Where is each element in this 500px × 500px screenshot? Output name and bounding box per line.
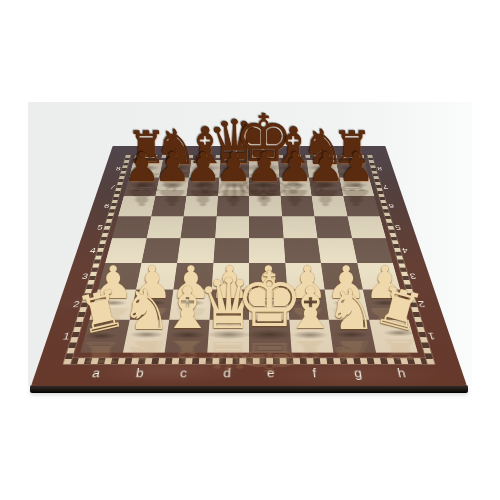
chess-set-photo: aabbccddeeffgghh1122334455667788 ♜♜♞♞♝♝♛…: [0, 0, 500, 500]
pieces-layer: ♜♜♞♞♝♝♛♛♚♚♝♝♞♞♜♜♟♟♟♟♟♟♟♟♟♟♟♟♟♟♟♟♟♟♟♟♟♟♟♟…: [0, 0, 500, 500]
black-pawn-h7[interactable]: ♟: [338, 148, 374, 188]
